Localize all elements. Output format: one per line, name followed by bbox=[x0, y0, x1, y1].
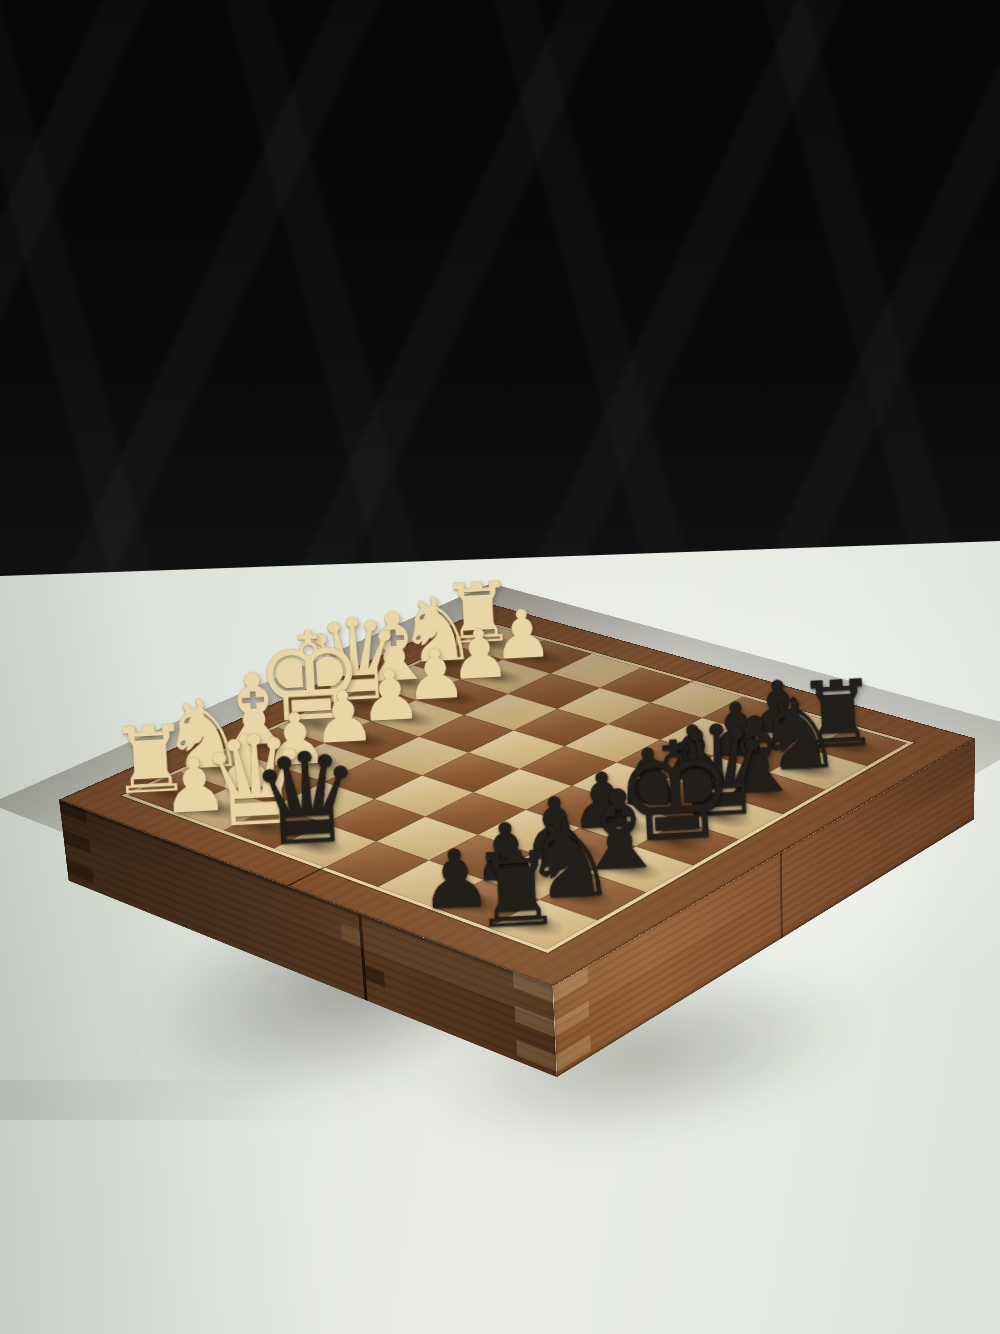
finger-joints-right-front bbox=[553, 966, 591, 1077]
finger-joints-front-corner bbox=[513, 971, 557, 1077]
folding-seam-far bbox=[690, 667, 721, 682]
black-queen-h4[interactable]: ♛ bbox=[247, 736, 327, 865]
square-d4[interactable] bbox=[468, 730, 564, 769]
perspective-scene: ♜♟♟♜♞♟♟♞♝♟♟♝♛♟♟♛♚♟♟♚♝♟♟♝♞♟♟♞♜♟♛♛♟♜ bbox=[0, 0, 1000, 1334]
hinge-joint-dark bbox=[365, 965, 385, 988]
finger-joints-left-corner bbox=[59, 800, 95, 892]
hinge-joint-light bbox=[341, 923, 361, 946]
photo-stage: ♜♟♟♜♞♟♟♞♝♟♟♝♛♟♟♛♚♟♟♚♝♟♟♝♞♟♟♞♜♟♛♛♟♜ bbox=[0, 0, 1000, 1334]
box-hinge-seam bbox=[358, 913, 368, 1001]
folding-seam-near bbox=[286, 867, 325, 887]
box-right-seam bbox=[780, 852, 783, 939]
chess-board-box: ♜♟♟♜♞♟♟♞♝♟♟♝♛♟♟♛♚♟♟♚♝♟♟♝♞♟♟♞♜♟♛♛♟♜ bbox=[59, 605, 976, 986]
camera-roll-wrapper: ♜♟♟♜♞♟♟♞♝♟♟♝♛♟♟♛♚♟♟♚♝♟♟♝♞♟♟♞♜♟♛♛♟♜ bbox=[0, 0, 1000, 1334]
black-rook-h8[interactable]: ♜ bbox=[468, 838, 551, 943]
